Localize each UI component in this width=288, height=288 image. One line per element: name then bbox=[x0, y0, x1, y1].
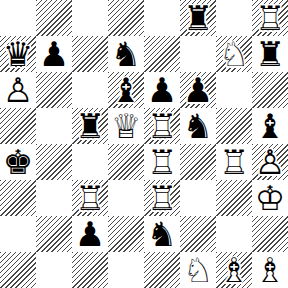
square-h8[interactable]: ♜♖ bbox=[252, 0, 288, 36]
square-e3[interactable]: ♜♖ bbox=[144, 180, 180, 216]
square-a2[interactable] bbox=[0, 216, 36, 252]
square-g1[interactable]: ♝♗ bbox=[216, 252, 252, 288]
square-g2[interactable] bbox=[216, 216, 252, 252]
square-g7[interactable]: ♞♘ bbox=[216, 36, 252, 72]
black-pawn-b7[interactable]: ♟ bbox=[36, 36, 72, 72]
square-b8[interactable] bbox=[36, 0, 72, 36]
white-pawn-h4[interactable]: ♟♙ bbox=[252, 144, 288, 180]
black-rook-glyph-fill: ♜ bbox=[180, 0, 216, 36]
white-rook-c3[interactable]: ♜♖ bbox=[72, 180, 108, 216]
black-pawn-glyph-fill: ♟ bbox=[180, 72, 216, 108]
square-d6[interactable]: ♝ bbox=[108, 72, 144, 108]
black-bishop-h5[interactable]: ♝ bbox=[252, 108, 288, 144]
square-f8[interactable]: ♜ bbox=[180, 0, 216, 36]
black-bishop-glyph-fill: ♝ bbox=[108, 72, 144, 108]
white-rook-glyph-outline: ♖ bbox=[144, 144, 180, 180]
black-queen-glyph-fill: ♛ bbox=[0, 36, 36, 72]
white-pawn-glyph-outline: ♙ bbox=[252, 144, 288, 180]
black-knight-f5[interactable]: ♞ bbox=[180, 108, 216, 144]
black-pawn-e6[interactable]: ♟ bbox=[144, 72, 180, 108]
square-f3[interactable] bbox=[180, 180, 216, 216]
square-d2[interactable] bbox=[108, 216, 144, 252]
black-knight-glyph-fill: ♞ bbox=[108, 36, 144, 72]
black-pawn-glyph-fill: ♟ bbox=[144, 72, 180, 108]
white-king-glyph-outline: ♔ bbox=[252, 180, 288, 216]
square-b4[interactable] bbox=[36, 144, 72, 180]
black-knight-glyph-fill: ♞ bbox=[180, 108, 216, 144]
black-knight-d7[interactable]: ♞ bbox=[108, 36, 144, 72]
square-d8[interactable] bbox=[108, 0, 144, 36]
square-c5[interactable]: ♜ bbox=[72, 108, 108, 144]
square-c2[interactable]: ♟ bbox=[72, 216, 108, 252]
black-pawn-glyph-fill: ♟ bbox=[36, 36, 72, 72]
square-e4[interactable]: ♜♖ bbox=[144, 144, 180, 180]
square-h1[interactable]: ♝♗ bbox=[252, 252, 288, 288]
square-e1[interactable] bbox=[144, 252, 180, 288]
square-e5[interactable]: ♜♖ bbox=[144, 108, 180, 144]
square-e2[interactable]: ♞ bbox=[144, 216, 180, 252]
square-a7[interactable]: ♛ bbox=[0, 36, 36, 72]
white-rook-e5[interactable]: ♜♖ bbox=[144, 108, 180, 144]
white-rook-glyph-outline: ♖ bbox=[72, 180, 108, 216]
white-bishop-glyph-outline: ♗ bbox=[252, 252, 288, 288]
black-rook-h7[interactable]: ♜ bbox=[252, 36, 288, 72]
square-h3[interactable]: ♚♔ bbox=[252, 180, 288, 216]
white-knight-glyph-outline: ♘ bbox=[180, 252, 216, 288]
black-knight-glyph-fill: ♞ bbox=[144, 216, 180, 252]
square-a4[interactable]: ♚ bbox=[0, 144, 36, 180]
square-a8[interactable] bbox=[0, 0, 36, 36]
white-rook-glyph-outline: ♖ bbox=[216, 144, 252, 180]
square-c4[interactable] bbox=[72, 144, 108, 180]
square-h6[interactable] bbox=[252, 72, 288, 108]
square-b5[interactable] bbox=[36, 108, 72, 144]
white-bishop-glyph-outline: ♗ bbox=[216, 252, 252, 288]
square-c3[interactable]: ♜♖ bbox=[72, 180, 108, 216]
square-b3[interactable] bbox=[36, 180, 72, 216]
white-rook-g4[interactable]: ♜♖ bbox=[216, 144, 252, 180]
square-h5[interactable]: ♝ bbox=[252, 108, 288, 144]
white-rook-h8[interactable]: ♜♖ bbox=[252, 0, 288, 36]
white-pawn-a6[interactable]: ♟♙ bbox=[0, 72, 36, 108]
square-d5[interactable]: ♛♕ bbox=[108, 108, 144, 144]
white-bishop-g1[interactable]: ♝♗ bbox=[216, 252, 252, 288]
square-f4[interactable] bbox=[180, 144, 216, 180]
square-d3[interactable] bbox=[108, 180, 144, 216]
white-queen-glyph-outline: ♕ bbox=[108, 108, 144, 144]
square-c6[interactable] bbox=[72, 72, 108, 108]
white-knight-glyph-outline: ♘ bbox=[216, 36, 252, 72]
square-g8[interactable] bbox=[216, 0, 252, 36]
white-knight-g7[interactable]: ♞♘ bbox=[216, 36, 252, 72]
square-h4[interactable]: ♟♙ bbox=[252, 144, 288, 180]
square-h7[interactable]: ♜ bbox=[252, 36, 288, 72]
square-g3[interactable] bbox=[216, 180, 252, 216]
square-e6[interactable]: ♟ bbox=[144, 72, 180, 108]
chess-board: ♜♜♖♛♟♞♞♘♜♟♙♝♟♟♜♛♕♜♖♞♝♚♜♖♜♖♟♙♜♖♜♖♚♔♟♞♞♘♝♗… bbox=[0, 0, 288, 288]
square-b7[interactable]: ♟ bbox=[36, 36, 72, 72]
square-h2[interactable] bbox=[252, 216, 288, 252]
black-bishop-glyph-fill: ♝ bbox=[252, 108, 288, 144]
black-rook-c5[interactable]: ♜ bbox=[72, 108, 108, 144]
white-bishop-h1[interactable]: ♝♗ bbox=[252, 252, 288, 288]
square-f1[interactable]: ♞♘ bbox=[180, 252, 216, 288]
square-f6[interactable]: ♟ bbox=[180, 72, 216, 108]
square-g6[interactable] bbox=[216, 72, 252, 108]
white-rook-glyph-outline: ♖ bbox=[252, 0, 288, 36]
white-rook-e3[interactable]: ♜♖ bbox=[144, 180, 180, 216]
square-b6[interactable] bbox=[36, 72, 72, 108]
square-e7[interactable] bbox=[144, 36, 180, 72]
square-a1[interactable] bbox=[0, 252, 36, 288]
square-d1[interactable] bbox=[108, 252, 144, 288]
black-queen-a7[interactable]: ♛ bbox=[0, 36, 36, 72]
square-g4[interactable]: ♜♖ bbox=[216, 144, 252, 180]
black-knight-e2[interactable]: ♞ bbox=[144, 216, 180, 252]
black-king-a4[interactable]: ♚ bbox=[0, 144, 36, 180]
white-rook-glyph-outline: ♖ bbox=[144, 180, 180, 216]
black-bishop-d6[interactable]: ♝ bbox=[108, 72, 144, 108]
square-a6[interactable]: ♟♙ bbox=[0, 72, 36, 108]
black-rook-glyph-fill: ♜ bbox=[252, 36, 288, 72]
white-queen-d5[interactable]: ♛♕ bbox=[108, 108, 144, 144]
square-g5[interactable] bbox=[216, 108, 252, 144]
square-d7[interactable]: ♞ bbox=[108, 36, 144, 72]
white-rook-e4[interactable]: ♜♖ bbox=[144, 144, 180, 180]
white-knight-f1[interactable]: ♞♘ bbox=[180, 252, 216, 288]
black-pawn-glyph-fill: ♟ bbox=[72, 216, 108, 252]
black-pawn-c2[interactable]: ♟ bbox=[72, 216, 108, 252]
square-b2[interactable] bbox=[36, 216, 72, 252]
square-b1[interactable] bbox=[36, 252, 72, 288]
square-a5[interactable] bbox=[0, 108, 36, 144]
white-king-h3[interactable]: ♚♔ bbox=[252, 180, 288, 216]
square-c7[interactable] bbox=[72, 36, 108, 72]
black-king-glyph-fill: ♚ bbox=[0, 144, 36, 180]
square-f5[interactable]: ♞ bbox=[180, 108, 216, 144]
square-a3[interactable] bbox=[0, 180, 36, 216]
white-pawn-glyph-outline: ♙ bbox=[0, 72, 36, 108]
square-c8[interactable] bbox=[72, 0, 108, 36]
square-e8[interactable] bbox=[144, 0, 180, 36]
square-f7[interactable] bbox=[180, 36, 216, 72]
black-rook-f8[interactable]: ♜ bbox=[180, 0, 216, 36]
square-c1[interactable] bbox=[72, 252, 108, 288]
black-pawn-f6[interactable]: ♟ bbox=[180, 72, 216, 108]
white-rook-glyph-outline: ♖ bbox=[144, 108, 180, 144]
black-rook-glyph-fill: ♜ bbox=[72, 108, 108, 144]
square-f2[interactable] bbox=[180, 216, 216, 252]
square-d4[interactable] bbox=[108, 144, 144, 180]
